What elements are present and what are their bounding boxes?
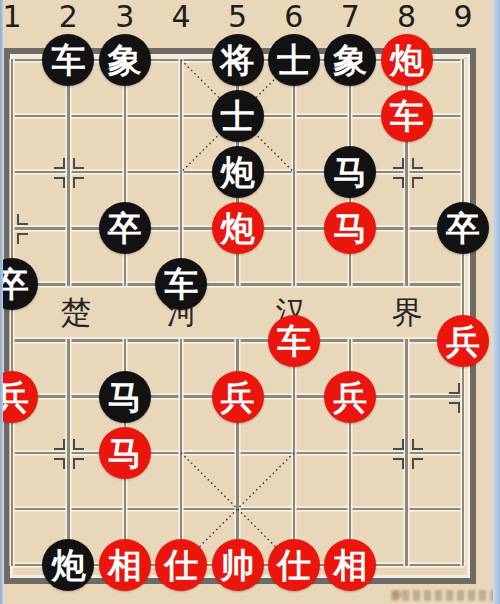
black-general[interactable]: 将 <box>212 34 264 86</box>
watermark <box>391 590 495 601</box>
red-cannon[interactable]: 炮 <box>381 34 433 86</box>
red-advisor[interactable]: 仕 <box>268 539 320 591</box>
column-label-7: 7 <box>330 1 370 33</box>
grid-line <box>67 59 69 286</box>
grid-line <box>180 59 182 286</box>
point-marker <box>449 383 460 394</box>
grid-line <box>405 339 407 566</box>
point-marker <box>54 177 65 188</box>
point-marker <box>412 458 423 469</box>
red-chariot[interactable]: 车 <box>268 315 320 367</box>
point-marker <box>73 177 84 188</box>
point-marker <box>73 158 84 169</box>
column-label-5: 5 <box>218 1 258 33</box>
river-char-jie: 界 <box>387 295 427 329</box>
column-label-9: 9 <box>443 1 483 33</box>
black-cannon[interactable]: 炮 <box>42 539 94 591</box>
black-horse[interactable]: 马 <box>99 371 151 423</box>
xiangqi-board-screenshot: 123456789 楚河汉界 车象将士象炮士车炮马卒炮马卒卒车车兵兵马兵兵马炮相… <box>0 0 500 604</box>
point-marker <box>54 458 65 469</box>
point-marker <box>449 402 460 413</box>
black-soldier[interactable]: 卒 <box>437 202 489 254</box>
red-cannon[interactable]: 炮 <box>212 202 264 254</box>
point-marker <box>54 158 65 169</box>
black-elephant[interactable]: 象 <box>324 34 376 86</box>
point-marker <box>412 177 423 188</box>
black-chariot[interactable]: 车 <box>42 34 94 86</box>
column-label-4: 4 <box>161 1 201 33</box>
point-marker <box>73 458 84 469</box>
point-marker <box>412 158 423 169</box>
grid-line <box>11 59 13 566</box>
column-label-1: 1 <box>0 1 32 33</box>
grid-line <box>67 339 69 566</box>
red-horse[interactable]: 马 <box>99 427 151 479</box>
black-advisor[interactable]: 士 <box>212 90 264 142</box>
red-soldier[interactable]: 兵 <box>437 315 489 367</box>
red-soldier[interactable]: 兵 <box>212 371 264 423</box>
black-advisor[interactable]: 士 <box>268 34 320 86</box>
column-label-3: 3 <box>105 1 145 33</box>
black-cannon[interactable]: 炮 <box>212 146 264 198</box>
grid-line <box>180 339 182 566</box>
point-marker <box>393 158 404 169</box>
right-edge-strip <box>493 0 500 604</box>
point-marker <box>17 233 28 244</box>
point-marker <box>393 439 404 450</box>
point-marker <box>393 177 404 188</box>
red-soldier[interactable]: 兵 <box>324 371 376 423</box>
river-char-chu: 楚 <box>56 295 96 329</box>
black-soldier[interactable]: 卒 <box>99 202 151 254</box>
left-edge-strip <box>0 0 3 604</box>
red-elephant[interactable]: 相 <box>324 539 376 591</box>
point-marker <box>73 439 84 450</box>
column-label-8: 8 <box>387 1 427 33</box>
point-marker <box>17 214 28 225</box>
red-general[interactable]: 帅 <box>212 539 264 591</box>
black-elephant[interactable]: 象 <box>99 34 151 86</box>
grid-line <box>293 339 295 566</box>
point-marker <box>412 439 423 450</box>
point-marker <box>54 439 65 450</box>
grid-line <box>293 59 295 286</box>
red-elephant[interactable]: 相 <box>99 539 151 591</box>
red-chariot[interactable]: 车 <box>381 90 433 142</box>
point-marker <box>393 458 404 469</box>
column-label-6: 6 <box>274 1 314 33</box>
column-label-2: 2 <box>48 1 88 33</box>
grid-line <box>462 59 464 566</box>
red-advisor[interactable]: 仕 <box>155 539 207 591</box>
